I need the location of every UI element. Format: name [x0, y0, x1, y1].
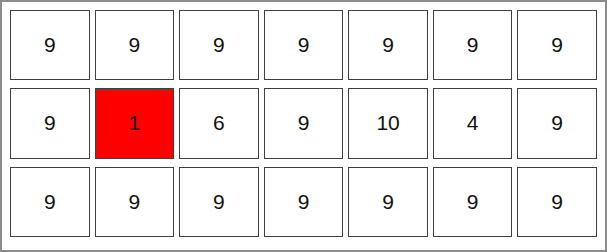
grid-cell-r1c2[interactable]: 6: [179, 88, 259, 158]
grid-cell-r1c3[interactable]: 9: [264, 88, 344, 158]
grid-cell-r0c1[interactable]: 9: [95, 10, 175, 80]
grid-cell-r0c5[interactable]: 9: [433, 10, 513, 80]
grid-cell-r2c1[interactable]: 9: [95, 167, 175, 237]
grid-cell-r1c5[interactable]: 4: [433, 88, 513, 158]
grid-cell-r2c4[interactable]: 9: [348, 167, 428, 237]
grid-cell-r0c3[interactable]: 9: [264, 10, 344, 80]
grid-cell-r0c6[interactable]: 9: [517, 10, 597, 80]
number-grid-board: 9 9 9 9 9 9 9 9 1 6 9 10 4 9 9 9 9 9 9 9…: [0, 0, 607, 252]
grid-cell-r2c2[interactable]: 9: [179, 167, 259, 237]
grid-cell-r1c4[interactable]: 10: [348, 88, 428, 158]
grid-cell-r1c1[interactable]: 1: [95, 88, 175, 158]
grid-cell-r0c0[interactable]: 9: [10, 10, 90, 80]
grid-cell-r0c4[interactable]: 9: [348, 10, 428, 80]
grid-cell-r2c6[interactable]: 9: [517, 167, 597, 237]
grid-cell-r0c2[interactable]: 9: [179, 10, 259, 80]
grid-cell-r2c5[interactable]: 9: [433, 167, 513, 237]
grid-cell-r2c3[interactable]: 9: [264, 167, 344, 237]
grid-cell-r1c6[interactable]: 9: [517, 88, 597, 158]
grid-cell-r1c0[interactable]: 9: [10, 88, 90, 158]
grid-cell-r2c0[interactable]: 9: [10, 167, 90, 237]
